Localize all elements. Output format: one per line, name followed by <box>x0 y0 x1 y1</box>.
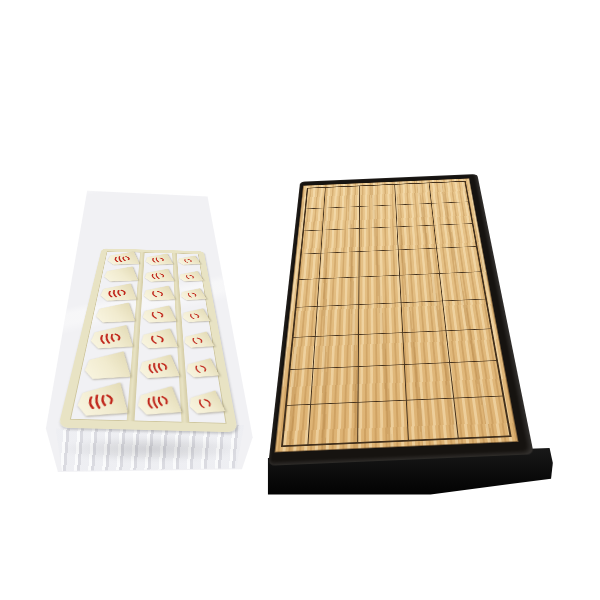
board-cell <box>437 247 480 274</box>
shogi-piece <box>134 385 182 420</box>
piece-glyph-馬 <box>86 389 117 413</box>
tray-slot <box>178 268 204 286</box>
tray-slot <box>100 266 139 284</box>
board-cell <box>397 225 437 250</box>
board-cell <box>321 228 360 253</box>
shogi-piece <box>141 285 176 303</box>
board-cell <box>290 337 315 371</box>
shogi-piece <box>180 308 211 325</box>
tray-slot <box>85 325 134 352</box>
tray-slot <box>96 283 138 303</box>
board-cell <box>360 185 396 207</box>
tray-slot <box>143 252 172 268</box>
board-cell <box>317 277 359 306</box>
tray-slot <box>142 267 173 285</box>
board-cell <box>396 203 435 226</box>
shogi-board <box>268 174 534 466</box>
shogi-piece <box>140 305 177 326</box>
piece-glyph-と <box>146 333 170 347</box>
piece-glyph-と <box>194 396 217 412</box>
board-cell <box>359 401 409 442</box>
piece-glyph-馬 <box>112 254 132 263</box>
tray-slot <box>136 353 179 385</box>
board-cell <box>447 329 496 363</box>
board-cell <box>323 207 360 230</box>
board-cell <box>403 331 451 365</box>
board-cell <box>455 397 510 438</box>
shogi-piece <box>176 255 201 266</box>
tray-slot <box>140 304 176 327</box>
board-cell <box>313 335 359 370</box>
board-cell <box>319 252 359 279</box>
tray-slot <box>91 303 136 327</box>
piece-glyph-と <box>184 291 200 299</box>
piece-glyph-と <box>147 309 169 321</box>
board-cell <box>401 301 446 333</box>
board-cell <box>435 224 476 249</box>
board-cell <box>443 299 490 331</box>
tray-slot <box>179 285 207 305</box>
tray-slot <box>182 327 215 354</box>
board-cell <box>299 254 321 280</box>
board-cell <box>304 208 324 231</box>
shogi-piece <box>183 358 220 381</box>
shogi-piece <box>98 283 137 304</box>
board-cell <box>407 399 459 440</box>
board-cell <box>315 305 359 337</box>
board-grid <box>281 181 512 447</box>
tray-slot <box>134 384 181 423</box>
shogi-piece <box>75 381 128 422</box>
board-cell <box>294 307 318 338</box>
tray-slot <box>70 382 129 421</box>
board-cell <box>296 279 319 307</box>
shogi-piece <box>138 328 178 353</box>
shogi-piece <box>181 331 215 351</box>
shogi-piece <box>89 324 134 353</box>
board-cell <box>306 188 325 209</box>
board-cell <box>400 274 443 303</box>
board-cell <box>359 333 405 367</box>
board-wood-surface <box>275 178 519 452</box>
tray-slot <box>180 305 211 328</box>
board-cell <box>359 303 403 335</box>
piece-glyph-金 <box>148 272 167 281</box>
shogi-piece <box>178 288 207 303</box>
board-cell <box>440 272 485 301</box>
tray-slot <box>141 284 174 304</box>
piece-glyph-と <box>148 289 169 299</box>
shogi-piece <box>102 266 138 285</box>
tray-slot <box>78 351 132 383</box>
board-cell <box>360 205 397 228</box>
shogi-piece <box>177 271 204 284</box>
piece-glyph-龍 <box>97 330 124 347</box>
board-frame <box>268 174 534 466</box>
piece-glyph-成銀 <box>144 392 173 412</box>
tray-slot <box>184 354 220 386</box>
board-cell <box>432 202 472 225</box>
piece-glyph-と <box>191 363 212 376</box>
board-cell <box>399 249 441 276</box>
tray-slot <box>176 253 201 269</box>
tray-slot <box>186 385 226 424</box>
shogi-piece <box>83 350 131 384</box>
shogi-piece <box>142 268 174 284</box>
scene <box>0 0 600 600</box>
board-cell <box>395 183 432 205</box>
tray-slot <box>138 326 177 353</box>
piece-glyph-と <box>188 335 207 346</box>
shogi-piece <box>185 390 226 418</box>
board-cell <box>359 276 401 305</box>
shogi-piece <box>94 302 135 327</box>
board-cell <box>283 405 311 445</box>
board-cell <box>430 182 468 204</box>
piece-glyph-金 <box>149 256 167 264</box>
piece-glyph-成桂 <box>145 360 171 377</box>
board-cell <box>360 227 399 252</box>
piece-glyph-龍 <box>106 287 129 299</box>
board-cell <box>308 403 359 444</box>
piece-glyph-と <box>186 312 204 321</box>
board-cell <box>405 363 455 401</box>
board-cell <box>359 365 407 403</box>
board-cell <box>287 369 313 406</box>
piece-glyph-と <box>183 273 198 280</box>
shogi-piece <box>105 251 139 267</box>
board-cell <box>451 361 503 398</box>
board-cell <box>360 250 400 277</box>
shogi-piece <box>143 253 173 267</box>
tray-slot <box>104 251 140 267</box>
shogi-piece <box>136 354 180 383</box>
board-cell <box>324 186 360 208</box>
board-cell <box>311 367 359 405</box>
tray-shadow <box>58 436 243 462</box>
piece-glyph-と <box>181 258 195 264</box>
board-cell <box>302 230 323 254</box>
